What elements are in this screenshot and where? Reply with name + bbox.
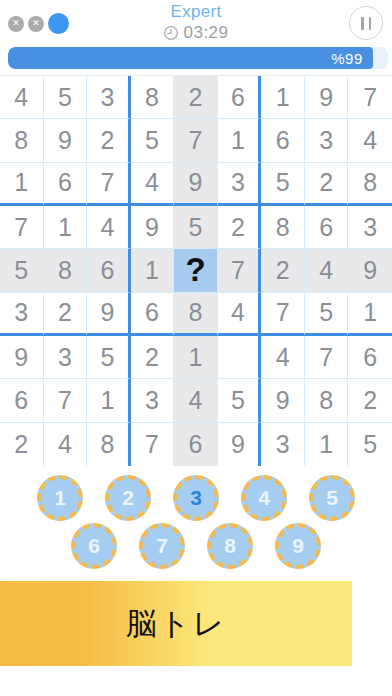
header-center: Expert 03:29 — [0, 2, 392, 43]
grid-cell[interactable]: 9 — [261, 379, 305, 422]
grid-cell[interactable]: 2 — [0, 423, 44, 466]
grid-cell[interactable]: 4 — [87, 206, 131, 249]
grid-cell[interactable]: 9 — [174, 163, 218, 206]
grid-cell[interactable]: 5 — [0, 249, 44, 292]
grid-cell[interactable]: 8 — [87, 423, 131, 466]
grid-cell[interactable]: 5 — [131, 119, 175, 162]
ad-banner[interactable]: 脳トレ — [0, 581, 352, 666]
grid-cell[interactable]: 6 — [305, 206, 349, 249]
grid-cell[interactable]: 9 — [305, 76, 349, 119]
number-button-label: 4 — [258, 486, 270, 510]
number-button-label: 1 — [54, 486, 66, 510]
grid-cell[interactable]: 8 — [0, 119, 44, 162]
grid-cell[interactable]: 6 — [131, 293, 175, 336]
grid-cell[interactable]: 3 — [0, 293, 44, 336]
timer-row: 03:29 — [0, 23, 392, 43]
difficulty-title: Expert — [0, 2, 392, 22]
sudoku-grid: 4538261978925716341674935287149528635861… — [0, 76, 392, 466]
number-button-label: 3 — [190, 486, 202, 510]
grid-cell[interactable]: 8 — [44, 249, 88, 292]
grid-cell[interactable]: 7 — [348, 76, 392, 119]
grid-cell[interactable]: 5 — [305, 293, 349, 336]
grid-cell[interactable]: 6 — [348, 336, 392, 379]
grid-cell[interactable]: 3 — [305, 119, 349, 162]
numpad-row-2: 6789 — [0, 523, 392, 569]
grid-cell[interactable]: 7 — [87, 163, 131, 206]
pause-button[interactable] — [349, 6, 383, 40]
number-button-label: 7 — [156, 534, 168, 558]
number-button-3[interactable]: 3 — [173, 475, 219, 521]
number-button-2[interactable]: 2 — [105, 475, 151, 521]
header: ✕✕ Expert 03:29 — [0, 0, 392, 44]
grid-cell[interactable]: 2 — [131, 336, 175, 379]
sudoku-app: ✕✕ Expert 03:29 %99 453826197892571634 — [0, 0, 392, 696]
grid-cell[interactable]: 2 — [218, 206, 262, 249]
grid-cell[interactable]: 1 — [44, 206, 88, 249]
grid-cell[interactable]: 7 — [44, 379, 88, 422]
grid-cell[interactable]: 5 — [87, 336, 131, 379]
grid-cell[interactable]: 2 — [348, 379, 392, 422]
grid-cell[interactable]: 7 — [305, 336, 349, 379]
grid-cell[interactable]: 7 — [131, 423, 175, 466]
number-pad: 12345 6789 — [0, 475, 392, 569]
grid-cell[interactable]: 6 — [174, 423, 218, 466]
grid-cell[interactable]: 9 — [87, 293, 131, 336]
grid-cell[interactable]: 3 — [131, 379, 175, 422]
progress-bar: %99 — [8, 47, 388, 69]
grid-cell[interactable]: 4 — [131, 163, 175, 206]
grid-cell[interactable]: 6 — [44, 163, 88, 206]
grid-cell[interactable]: 3 — [44, 336, 88, 379]
pause-icon — [369, 17, 372, 30]
grid-cell[interactable]: 7 — [218, 249, 262, 292]
number-button-8[interactable]: 8 — [207, 523, 253, 569]
grid-cell[interactable]: 2 — [44, 293, 88, 336]
grid-cell[interactable]: 3 — [218, 163, 262, 206]
grid-cell[interactable]: 9 — [218, 423, 262, 466]
number-button-label: 5 — [326, 486, 338, 510]
number-button-label: 8 — [224, 534, 236, 558]
number-button-1[interactable]: 1 — [37, 475, 83, 521]
number-button-9[interactable]: 9 — [275, 523, 321, 569]
grid-cell[interactable]: 5 — [44, 76, 88, 119]
grid-cell[interactable]: 1 — [348, 293, 392, 336]
grid-cell[interactable]: 5 — [218, 379, 262, 422]
grid-cell[interactable]: 9 — [131, 206, 175, 249]
grid-cell[interactable]: 7 — [261, 293, 305, 336]
grid-cell[interactable]: 8 — [348, 163, 392, 206]
grid-cell[interactable]: 6 — [261, 119, 305, 162]
grid-cell[interactable]: 6 — [0, 379, 44, 422]
grid-cell[interactable]: 2 — [87, 119, 131, 162]
grid-cell[interactable]: 4 — [0, 76, 44, 119]
grid-cell[interactable]: 7 — [174, 119, 218, 162]
grid-cell[interactable]: 9 — [0, 336, 44, 379]
grid-cell[interactable]: 5 — [348, 423, 392, 466]
number-button-7[interactable]: 7 — [139, 523, 185, 569]
grid-cell[interactable]: 1 — [305, 423, 349, 466]
grid-cell[interactable]: 6 — [87, 249, 131, 292]
grid-cell[interactable]: 4 — [261, 336, 305, 379]
grid-cell[interactable]: 4 — [174, 379, 218, 422]
number-button-label: 9 — [292, 534, 304, 558]
pause-icon — [361, 17, 364, 30]
number-button-5[interactable]: 5 — [309, 475, 355, 521]
grid-cell[interactable]: 4 — [348, 119, 392, 162]
number-button-4[interactable]: 4 — [241, 475, 287, 521]
grid-cell[interactable]: 7 — [0, 206, 44, 249]
number-button-label: 6 — [88, 534, 100, 558]
clock-icon — [163, 25, 179, 41]
grid-cell[interactable]: 1 — [218, 119, 262, 162]
grid-cell[interactable]: 9 — [348, 249, 392, 292]
empty-cell[interactable] — [218, 336, 262, 379]
grid-cell[interactable]: 8 — [261, 206, 305, 249]
grid-cell[interactable]: 1 — [0, 163, 44, 206]
grid-cell[interactable]: 3 — [348, 206, 392, 249]
grid-cell[interactable]: 1 — [131, 249, 175, 292]
grid-cell[interactable]: 5 — [174, 206, 218, 249]
grid-cell[interactable]: 3 — [87, 76, 131, 119]
ad-banner-label: 脳トレ — [126, 603, 226, 645]
progress-fill: %99 — [8, 47, 373, 69]
grid-cell[interactable]: 1 — [261, 76, 305, 119]
timer-value: 03:29 — [183, 23, 228, 43]
grid-cell[interactable]: 8 — [305, 379, 349, 422]
grid-cell[interactable]: 9 — [44, 119, 88, 162]
progress-label: %99 — [331, 50, 363, 67]
board-area: 4538261978925716341674935287149528635861… — [0, 75, 392, 466]
grid-cell[interactable]: 2 — [174, 76, 218, 119]
grid-cell[interactable]: 8 — [174, 293, 218, 336]
grid-cell[interactable]: 4 — [44, 423, 88, 466]
grid-cell[interactable]: 1 — [174, 336, 218, 379]
grid-cell[interactable]: 8 — [131, 76, 175, 119]
grid-cell[interactable]: 5 — [261, 163, 305, 206]
grid-cell[interactable]: 2 — [305, 163, 349, 206]
grid-cell[interactable]: 4 — [218, 293, 262, 336]
grid-cell[interactable]: 6 — [218, 76, 262, 119]
number-button-label: 2 — [122, 486, 134, 510]
grid-cell[interactable]: 1 — [87, 379, 131, 422]
number-button-6[interactable]: 6 — [71, 523, 117, 569]
grid-cell[interactable]: 4 — [305, 249, 349, 292]
quiz-cell[interactable]: ? — [174, 249, 218, 292]
grid-cell[interactable]: 3 — [261, 423, 305, 466]
grid-cell[interactable]: 2 — [261, 249, 305, 292]
numpad-row-1: 12345 — [0, 475, 392, 521]
